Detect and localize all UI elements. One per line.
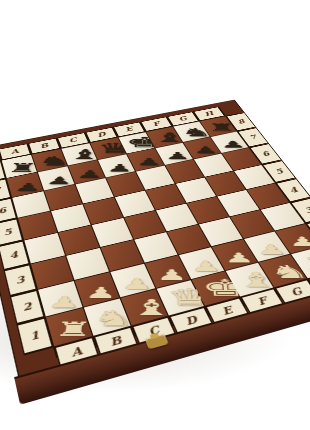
- piece-white-pawn[interactable]: ♟: [188, 259, 224, 273]
- piece-black-rook[interactable]: ♜: [207, 123, 236, 133]
- piece-white-rook[interactable]: ♜: [53, 320, 94, 340]
- piece-white-rook[interactable]: ♜: [301, 256, 310, 272]
- piece-white-pawn[interactable]: ♟: [285, 235, 310, 248]
- photo-scene: ABCDEFGH8♜♞♝♛♚♝♞♜87♟♟♟♟♟♟♟♟7665544332♟♟♟…: [0, 0, 310, 430]
- board-3d-wrapper: ABCDEFGH8♜♞♝♛♚♝♞♜87♟♟♟♟♟♟♟♟7665544332♟♟♟…: [0, 100, 310, 376]
- piece-white-pawn[interactable]: ♟: [119, 276, 156, 291]
- piece-white-pawn[interactable]: ♟: [44, 294, 83, 310]
- piece-white-pawn[interactable]: ♟: [82, 285, 120, 300]
- piece-white-pawn[interactable]: ♟: [154, 268, 190, 282]
